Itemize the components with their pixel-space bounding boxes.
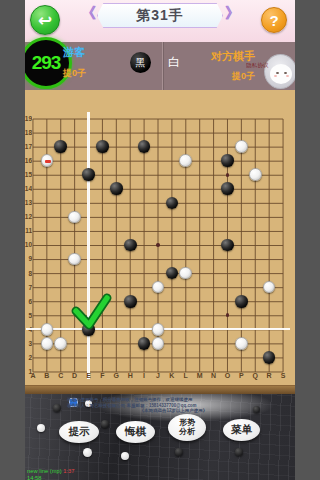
debug-text: new line (mp) 1:37 14:58 (27, 468, 74, 480)
photo-stone (101, 420, 109, 428)
photo-stone (121, 452, 129, 460)
hint-button[interactable]: 提示 (59, 421, 99, 443)
white-captures: 提0子 (232, 70, 255, 83)
black-captures: 提0子 (63, 67, 86, 80)
white-stone-B4 (41, 323, 54, 336)
header-bar: ↩ 《 第31手 》 ? (25, 0, 295, 42)
black-label: 黑 (136, 56, 146, 70)
analysis-label-2: 分析 (179, 428, 195, 437)
white-stone-P3 (235, 337, 248, 350)
player-bar-divider (162, 42, 163, 90)
board-cell-H10 (123, 238, 137, 252)
black-stone-O14 (221, 182, 234, 195)
board-cell-O10 (221, 238, 235, 252)
board-cell-J7 (151, 280, 165, 294)
board-cell-J10 (151, 238, 165, 252)
white-stone-J3 (152, 337, 165, 350)
black-stone-E15 (82, 168, 95, 181)
avatar-eye (276, 72, 279, 74)
notice-line: 《本游戏适合12岁以上用户使用》 (67, 408, 280, 414)
avatar-blush (286, 75, 289, 77)
last-move-marker (45, 160, 51, 163)
board-wood-edge (25, 385, 295, 394)
avatar-face (270, 64, 292, 84)
black-stone-I3 (138, 337, 151, 350)
black-stone-O10 (221, 239, 234, 252)
board-cell-D9 (68, 252, 82, 266)
board-cell-C17 (54, 140, 68, 154)
black-stone-F17 (96, 140, 109, 153)
board-cell-L16 (179, 154, 193, 168)
go-app-screen: ↩ 《 第31手 》 ? 293 游客 提0子 黑 白 对方棋手 提0子 隐私协… (25, 0, 295, 480)
go-board[interactable] (26, 112, 290, 379)
move-number-title: 第31手 (136, 7, 184, 25)
black-stone-K13 (166, 197, 179, 210)
black-stone-G14 (110, 182, 123, 195)
board-cell-L8 (179, 266, 193, 280)
white-stone-J7 (152, 281, 165, 294)
menu-button[interactable]: 菜单 (223, 419, 260, 441)
board-cell-O16 (221, 154, 235, 168)
stones-layer (26, 112, 290, 379)
white-label: 白 (168, 54, 180, 71)
white-stone-L8 (179, 267, 192, 280)
black-stone-H10 (124, 239, 137, 252)
board-cell-O14 (221, 182, 235, 196)
black-stone-I17 (138, 140, 151, 153)
photo-stone (83, 448, 92, 457)
white-stone-D9 (68, 253, 81, 266)
board-cell-Q15 (248, 168, 262, 182)
white-stone-D12 (68, 211, 81, 224)
board-cell-K13 (165, 196, 179, 210)
board-cell-O15 (221, 168, 235, 182)
board-cell-I17 (137, 140, 151, 154)
board-cell-P17 (234, 140, 248, 154)
white-stone-Q15 (249, 168, 262, 181)
debug-red: 1:37 (63, 468, 74, 474)
photo-stone (175, 448, 183, 456)
black-stone-P6 (235, 295, 248, 308)
photo-stone (235, 448, 243, 456)
menu-label: 菜单 (231, 423, 252, 437)
white-stone-L16 (179, 154, 192, 167)
black-stone-K8 (166, 267, 179, 280)
board-cell-C3 (54, 336, 68, 350)
avatar-eye (284, 72, 287, 74)
undo-label: 悔棋 (125, 425, 146, 439)
board-cell-B3 (40, 336, 54, 350)
star-point (226, 173, 230, 177)
board-cell-B16 (40, 154, 54, 168)
black-stone-O16 (221, 154, 234, 167)
footer-notice: 长期不使用账号，积分等将回收，注销账号操作，欢迎继续使用 著作权人：游艺科技有限… (67, 397, 291, 414)
move-title-banner: 第31手 (97, 3, 223, 28)
white-stone-C3 (54, 337, 67, 350)
board-cell-D12 (68, 210, 82, 224)
photo-stone (53, 404, 61, 412)
board-cell-P3 (234, 336, 248, 350)
board-cell-O5 (221, 308, 235, 322)
board-cell-K8 (165, 266, 179, 280)
back-arrow-icon: ↩ (38, 10, 52, 31)
white-stone-J4 (152, 323, 165, 336)
white-stone-R7 (263, 281, 276, 294)
back-button[interactable]: ↩ (30, 5, 60, 35)
hint-label: 提示 (69, 425, 90, 439)
debug-green-2: 14:58 (27, 474, 74, 480)
avatar-blush (274, 75, 277, 77)
white-stone-B16 (41, 154, 54, 167)
black-stone-badge: 黑 (130, 52, 151, 73)
board-cell-R7 (262, 280, 276, 294)
privacy-link[interactable]: 隐私协议 (246, 61, 268, 69)
confirm-move-checkmark[interactable] (73, 296, 109, 327)
help-button[interactable]: ? (261, 7, 287, 33)
chevron-right-icon: 》 (225, 4, 240, 23)
board-cell-B4 (40, 322, 54, 336)
board-cell-I3 (137, 336, 151, 350)
timer-value: 293 (32, 52, 61, 74)
white-stone-P17 (235, 140, 248, 153)
board-cell-E4 (82, 322, 96, 336)
board-cell-R2 (262, 350, 276, 364)
black-stone-R2 (263, 351, 276, 364)
board-cell-J4 (151, 322, 165, 336)
board-cell-E15 (82, 168, 96, 182)
star-point (226, 313, 230, 317)
white-stone-B3 (41, 337, 54, 350)
chevron-left-icon: 《 (81, 4, 96, 23)
board-cell-G14 (109, 182, 123, 196)
board-cell-F17 (95, 140, 109, 154)
question-mark-icon: ? (269, 12, 278, 29)
opponent-avatar (264, 54, 295, 89)
black-stone-H6 (124, 295, 137, 308)
photo-stone (37, 424, 45, 432)
star-point (156, 243, 160, 247)
black-stone-C17 (54, 140, 67, 153)
board-cell-H6 (123, 294, 137, 308)
board-cell-J3 (151, 336, 165, 350)
analysis-button[interactable]: 形势 分析 (168, 414, 206, 441)
board-cell-P6 (234, 294, 248, 308)
black-player-name: 游客 (63, 45, 85, 60)
undo-button[interactable]: 悔棋 (116, 421, 155, 443)
